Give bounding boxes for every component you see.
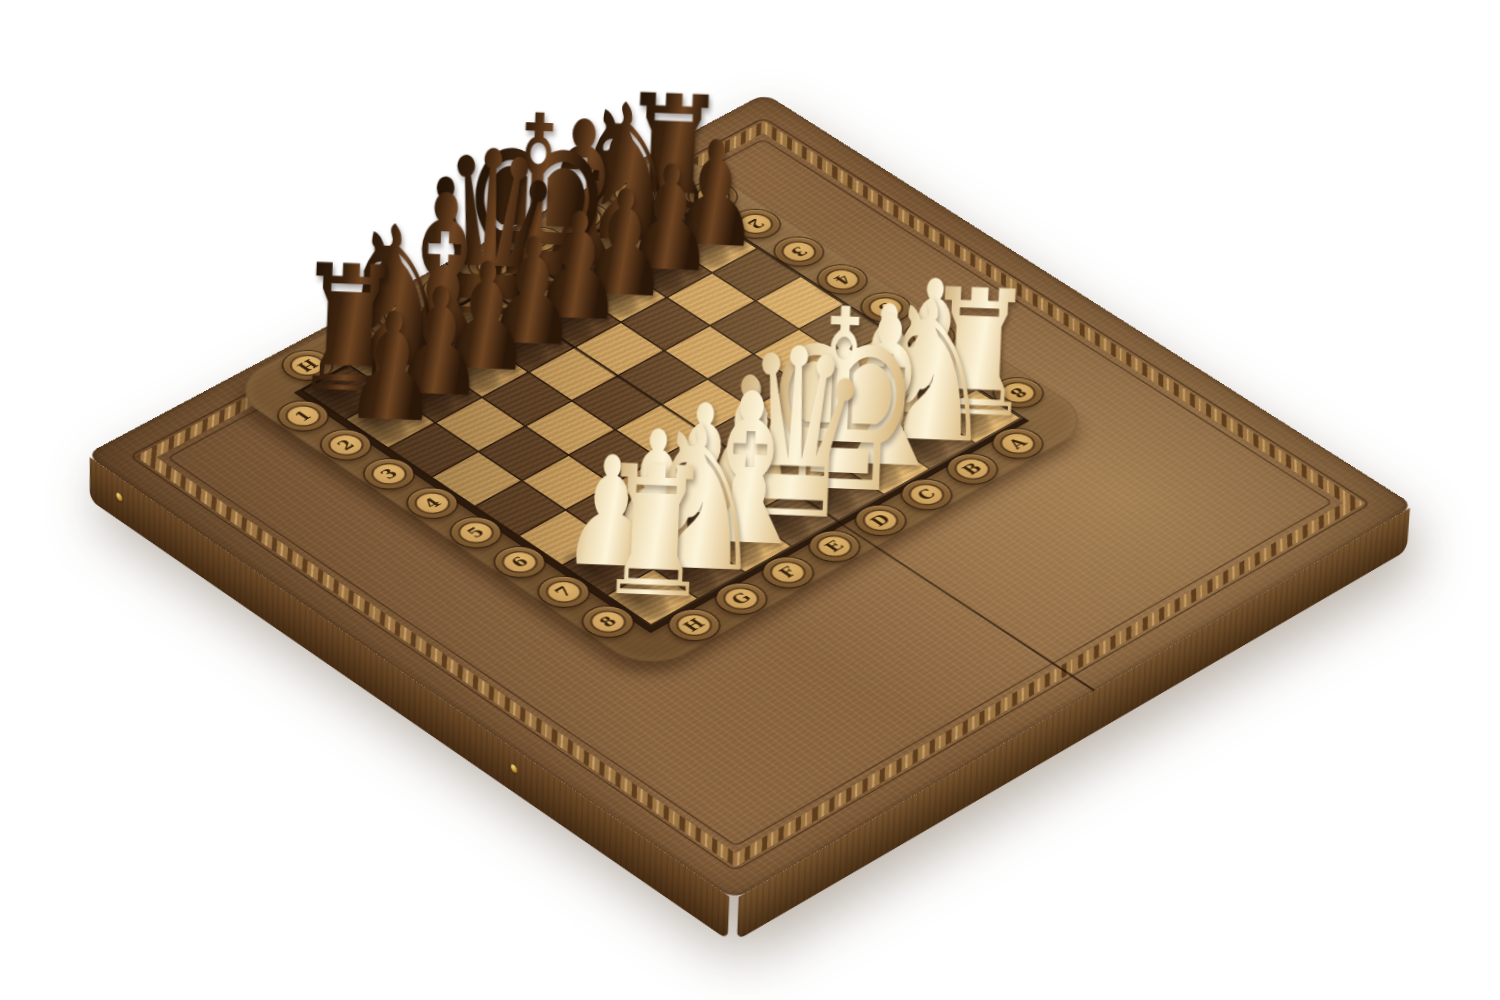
hinge-pin-1 <box>116 491 122 502</box>
chess-case: 1122334455667788AABBCCDDEEFFGGHH <box>86 93 1414 899</box>
hinge-pin-2 <box>511 763 517 775</box>
perspective-scene: 1122334455667788AABBCCDDEEFFGGHH <box>0 0 1500 1000</box>
camera-roll-wrapper: 1122334455667788AABBCCDDEEFFGGHH ♜♞♝♚♛♝♞… <box>0 0 1500 1000</box>
photo-background: 1122334455667788AABBCCDDEEFFGGHH ♜♞♝♚♛♝♞… <box>0 0 1500 1000</box>
